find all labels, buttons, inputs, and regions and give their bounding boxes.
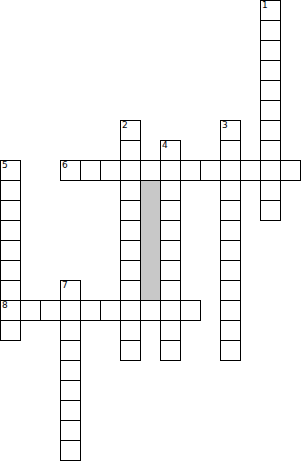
answer-cell[interactable] — [220, 340, 241, 361]
answer-cell[interactable] — [120, 240, 141, 261]
highlight-column — [140, 180, 161, 301]
answer-cell[interactable] — [120, 160, 141, 181]
answer-cell[interactable] — [120, 340, 141, 361]
answer-cell[interactable] — [220, 240, 241, 261]
answer-cell[interactable] — [220, 120, 241, 141]
answer-cell[interactable] — [80, 300, 101, 321]
answer-cell[interactable] — [200, 160, 221, 181]
answer-cell[interactable] — [240, 160, 261, 181]
answer-cell[interactable] — [0, 180, 21, 201]
answer-cell[interactable] — [280, 160, 301, 181]
answer-cell[interactable] — [180, 160, 201, 181]
answer-cell[interactable] — [180, 300, 201, 321]
answer-cell[interactable] — [0, 260, 21, 281]
answer-cell[interactable] — [60, 340, 81, 361]
answer-cell[interactable] — [60, 420, 81, 441]
answer-cell[interactable] — [0, 220, 21, 241]
answer-cell[interactable] — [160, 200, 181, 221]
answer-cell[interactable] — [60, 440, 81, 461]
answer-cell[interactable] — [120, 300, 141, 321]
answer-cell[interactable] — [220, 140, 241, 161]
answer-cell[interactable] — [60, 160, 81, 181]
answer-cell[interactable] — [100, 160, 121, 181]
answer-cell[interactable] — [20, 300, 41, 321]
answer-cell[interactable] — [260, 120, 281, 141]
answer-cell[interactable] — [0, 280, 21, 301]
answer-cell[interactable] — [60, 400, 81, 421]
answer-cell[interactable] — [220, 300, 241, 321]
answer-cell[interactable] — [0, 160, 21, 181]
answer-cell[interactable] — [120, 180, 141, 201]
answer-cell[interactable] — [260, 140, 281, 161]
answer-cell[interactable] — [140, 160, 161, 181]
answer-cell[interactable] — [0, 200, 21, 221]
answer-cell[interactable] — [160, 220, 181, 241]
answer-cell[interactable] — [60, 280, 81, 301]
answer-cell[interactable] — [120, 140, 141, 161]
answer-cell[interactable] — [160, 260, 181, 281]
answer-cell[interactable] — [120, 200, 141, 221]
answer-cell[interactable] — [0, 300, 21, 321]
answer-cell[interactable] — [160, 180, 181, 201]
answer-cell[interactable] — [220, 180, 241, 201]
answer-cell[interactable] — [60, 300, 81, 321]
answer-cell[interactable] — [260, 60, 281, 81]
answer-cell[interactable] — [60, 320, 81, 341]
answer-cell[interactable] — [160, 160, 181, 181]
answer-cell[interactable] — [160, 280, 181, 301]
answer-cell[interactable] — [160, 300, 181, 321]
answer-cell[interactable] — [220, 200, 241, 221]
answer-cell[interactable] — [220, 260, 241, 281]
answer-cell[interactable] — [220, 280, 241, 301]
answer-cell[interactable] — [120, 220, 141, 241]
answer-cell[interactable] — [0, 240, 21, 261]
answer-cell[interactable] — [120, 260, 141, 281]
answer-cell[interactable] — [40, 300, 61, 321]
answer-cell[interactable] — [140, 300, 161, 321]
answer-cell[interactable] — [160, 320, 181, 341]
answer-cell[interactable] — [60, 380, 81, 401]
answer-cell[interactable] — [120, 120, 141, 141]
answer-cell[interactable] — [160, 240, 181, 261]
answer-cell[interactable] — [120, 280, 141, 301]
answer-cell[interactable] — [0, 320, 21, 341]
answer-cell[interactable] — [260, 40, 281, 61]
answer-cell[interactable] — [100, 300, 121, 321]
answer-cell[interactable] — [60, 360, 81, 381]
answer-cell[interactable] — [260, 200, 281, 221]
answer-cell[interactable] — [260, 160, 281, 181]
answer-cell[interactable] — [120, 320, 141, 341]
answer-cell[interactable] — [220, 220, 241, 241]
answer-cell[interactable] — [260, 180, 281, 201]
answer-cell[interactable] — [160, 140, 181, 161]
crossword-board: 12345678 — [0, 0, 301, 461]
answer-cell[interactable] — [260, 20, 281, 41]
answer-cell[interactable] — [260, 0, 281, 21]
answer-cell[interactable] — [160, 340, 181, 361]
answer-cell[interactable] — [80, 160, 101, 181]
answer-cell[interactable] — [260, 100, 281, 121]
answer-cell[interactable] — [220, 160, 241, 181]
answer-cell[interactable] — [260, 80, 281, 101]
answer-cell[interactable] — [220, 320, 241, 341]
